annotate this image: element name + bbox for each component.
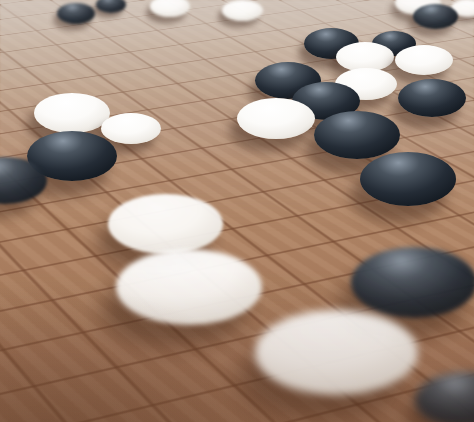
stone-black[interactable] bbox=[351, 247, 474, 318]
stone-white[interactable] bbox=[255, 310, 418, 395]
stone-black[interactable] bbox=[360, 152, 456, 206]
stone-white[interactable] bbox=[222, 0, 263, 21]
stone-black[interactable] bbox=[314, 111, 400, 159]
stone-black[interactable] bbox=[57, 3, 95, 24]
stone-black[interactable] bbox=[96, 0, 126, 13]
stone-white[interactable] bbox=[116, 249, 262, 325]
stone-white[interactable] bbox=[34, 93, 110, 133]
stone-black[interactable] bbox=[413, 4, 458, 29]
stone-white[interactable] bbox=[395, 45, 453, 75]
stone-white[interactable] bbox=[101, 113, 161, 144]
stone-white[interactable] bbox=[108, 194, 223, 254]
stone-white[interactable] bbox=[150, 0, 190, 17]
stone-black[interactable] bbox=[415, 372, 474, 422]
stone-white[interactable] bbox=[237, 98, 315, 139]
stone-layer bbox=[0, 0, 474, 422]
go-board-scene bbox=[0, 0, 474, 422]
stone-black[interactable] bbox=[398, 79, 466, 117]
